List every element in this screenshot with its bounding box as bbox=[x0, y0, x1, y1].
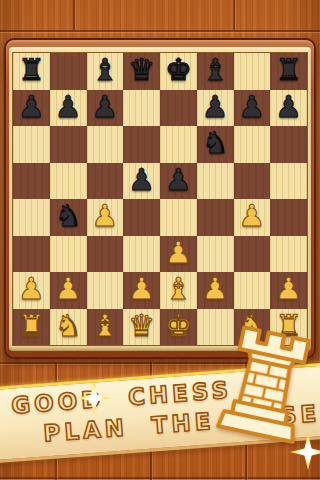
square-g3[interactable] bbox=[234, 236, 271, 273]
piece-black-rook[interactable]: ♜ bbox=[275, 55, 302, 85]
square-h2[interactable]: ♟ bbox=[270, 272, 307, 309]
piece-black-pawn[interactable]: ♟ bbox=[18, 92, 45, 122]
piece-black-knight[interactable]: ♞ bbox=[55, 201, 82, 231]
piece-white-king[interactable]: ♚ bbox=[165, 311, 192, 341]
piece-black-bishop[interactable]: ♝ bbox=[202, 55, 229, 85]
square-g2[interactable] bbox=[234, 272, 271, 309]
piece-white-pawn[interactable]: ♟ bbox=[18, 274, 45, 304]
piece-black-pawn[interactable]: ♟ bbox=[55, 92, 82, 122]
square-h3[interactable] bbox=[270, 236, 307, 273]
square-a5[interactable] bbox=[13, 163, 50, 200]
square-f6[interactable]: ♞ bbox=[197, 126, 234, 163]
square-b5[interactable] bbox=[50, 163, 87, 200]
square-d5[interactable]: ♟ bbox=[123, 163, 160, 200]
square-a4[interactable] bbox=[13, 199, 50, 236]
square-h5[interactable] bbox=[270, 163, 307, 200]
piece-black-pawn[interactable]: ♟ bbox=[165, 165, 192, 195]
piece-black-bishop[interactable]: ♝ bbox=[91, 55, 118, 85]
piece-black-pawn[interactable]: ♟ bbox=[238, 92, 265, 122]
square-e2[interactable]: ♝ bbox=[160, 272, 197, 309]
square-f2[interactable]: ♟ bbox=[197, 272, 234, 309]
square-c8[interactable]: ♝ bbox=[87, 53, 124, 90]
square-f8[interactable]: ♝ bbox=[197, 53, 234, 90]
piece-black-pawn[interactable]: ♟ bbox=[202, 92, 229, 122]
plank-line bbox=[73, 0, 75, 30]
square-d3[interactable] bbox=[123, 236, 160, 273]
square-e3[interactable]: ♟ bbox=[160, 236, 197, 273]
square-e1[interactable]: ♚ bbox=[160, 309, 197, 346]
square-g8[interactable] bbox=[234, 53, 271, 90]
piece-black-queen[interactable]: ♛ bbox=[128, 55, 155, 85]
piece-black-pawn[interactable]: ♟ bbox=[275, 92, 302, 122]
square-a2[interactable]: ♟ bbox=[13, 272, 50, 309]
square-f5[interactable] bbox=[197, 163, 234, 200]
piece-white-pawn[interactable]: ♟ bbox=[91, 201, 118, 231]
piece-black-rook[interactable]: ♜ bbox=[18, 55, 45, 85]
square-h8[interactable]: ♜ bbox=[270, 53, 307, 90]
chess-board: ♜♝♛♚♝♜♟♟♟♟♟♟♞♟♟♞♟♟♟♟♟♟♝♟♟♜♞♝♛♚♞♜ bbox=[13, 53, 307, 345]
piece-white-bishop[interactable]: ♝ bbox=[91, 311, 118, 341]
piece-white-pawn[interactable]: ♟ bbox=[55, 274, 82, 304]
square-e5[interactable]: ♟ bbox=[160, 163, 197, 200]
square-f4[interactable] bbox=[197, 199, 234, 236]
square-f3[interactable] bbox=[197, 236, 234, 273]
square-e8[interactable]: ♚ bbox=[160, 53, 197, 90]
square-f1[interactable] bbox=[197, 309, 234, 346]
square-g7[interactable]: ♟ bbox=[234, 90, 271, 127]
square-a7[interactable]: ♟ bbox=[13, 90, 50, 127]
square-c7[interactable]: ♟ bbox=[87, 90, 124, 127]
square-a8[interactable]: ♜ bbox=[13, 53, 50, 90]
square-d1[interactable]: ♛ bbox=[123, 309, 160, 346]
square-d6[interactable] bbox=[123, 126, 160, 163]
square-g5[interactable] bbox=[234, 163, 271, 200]
plank-line bbox=[233, 0, 235, 30]
piece-white-pawn[interactable]: ♟ bbox=[128, 274, 155, 304]
square-c5[interactable] bbox=[87, 163, 124, 200]
square-h4[interactable] bbox=[270, 199, 307, 236]
square-b6[interactable] bbox=[50, 126, 87, 163]
square-d8[interactable]: ♛ bbox=[123, 53, 160, 90]
square-d2[interactable]: ♟ bbox=[123, 272, 160, 309]
plank-line bbox=[0, 477, 320, 479]
square-d4[interactable] bbox=[123, 199, 160, 236]
square-a1[interactable]: ♜ bbox=[13, 309, 50, 346]
square-b1[interactable]: ♞ bbox=[50, 309, 87, 346]
piece-white-bishop[interactable]: ♝ bbox=[165, 274, 192, 304]
square-a3[interactable] bbox=[13, 236, 50, 273]
piece-black-pawn[interactable]: ♟ bbox=[128, 165, 155, 195]
square-c6[interactable] bbox=[87, 126, 124, 163]
square-h6[interactable] bbox=[270, 126, 307, 163]
piece-white-pawn[interactable]: ♟ bbox=[202, 274, 229, 304]
piece-white-pawn[interactable]: ♟ bbox=[238, 201, 265, 231]
piece-white-knight[interactable]: ♞ bbox=[55, 311, 82, 341]
square-b2[interactable]: ♟ bbox=[50, 272, 87, 309]
square-b4[interactable]: ♞ bbox=[50, 199, 87, 236]
piece-white-pawn[interactable]: ♟ bbox=[275, 274, 302, 304]
piece-black-knight[interactable]: ♞ bbox=[202, 128, 229, 158]
square-d7[interactable] bbox=[123, 90, 160, 127]
square-e4[interactable] bbox=[160, 199, 197, 236]
square-e7[interactable] bbox=[160, 90, 197, 127]
piece-black-king[interactable]: ♚ bbox=[165, 55, 192, 85]
square-b7[interactable]: ♟ bbox=[50, 90, 87, 127]
square-c4[interactable]: ♟ bbox=[87, 199, 124, 236]
square-g4[interactable]: ♟ bbox=[234, 199, 271, 236]
piece-white-queen[interactable]: ♛ bbox=[128, 311, 155, 341]
plank-line bbox=[0, 30, 320, 32]
square-g6[interactable] bbox=[234, 126, 271, 163]
piece-white-rook[interactable]: ♜ bbox=[18, 311, 45, 341]
square-b8[interactable] bbox=[50, 53, 87, 90]
piece-white-pawn[interactable]: ♟ bbox=[165, 238, 192, 268]
square-c1[interactable]: ♝ bbox=[87, 309, 124, 346]
square-f7[interactable]: ♟ bbox=[197, 90, 234, 127]
square-h7[interactable]: ♟ bbox=[270, 90, 307, 127]
square-b3[interactable] bbox=[50, 236, 87, 273]
square-e6[interactable] bbox=[160, 126, 197, 163]
square-c2[interactable] bbox=[87, 272, 124, 309]
piece-black-pawn[interactable]: ♟ bbox=[91, 92, 118, 122]
square-c3[interactable] bbox=[87, 236, 124, 273]
square-a6[interactable] bbox=[13, 126, 50, 163]
